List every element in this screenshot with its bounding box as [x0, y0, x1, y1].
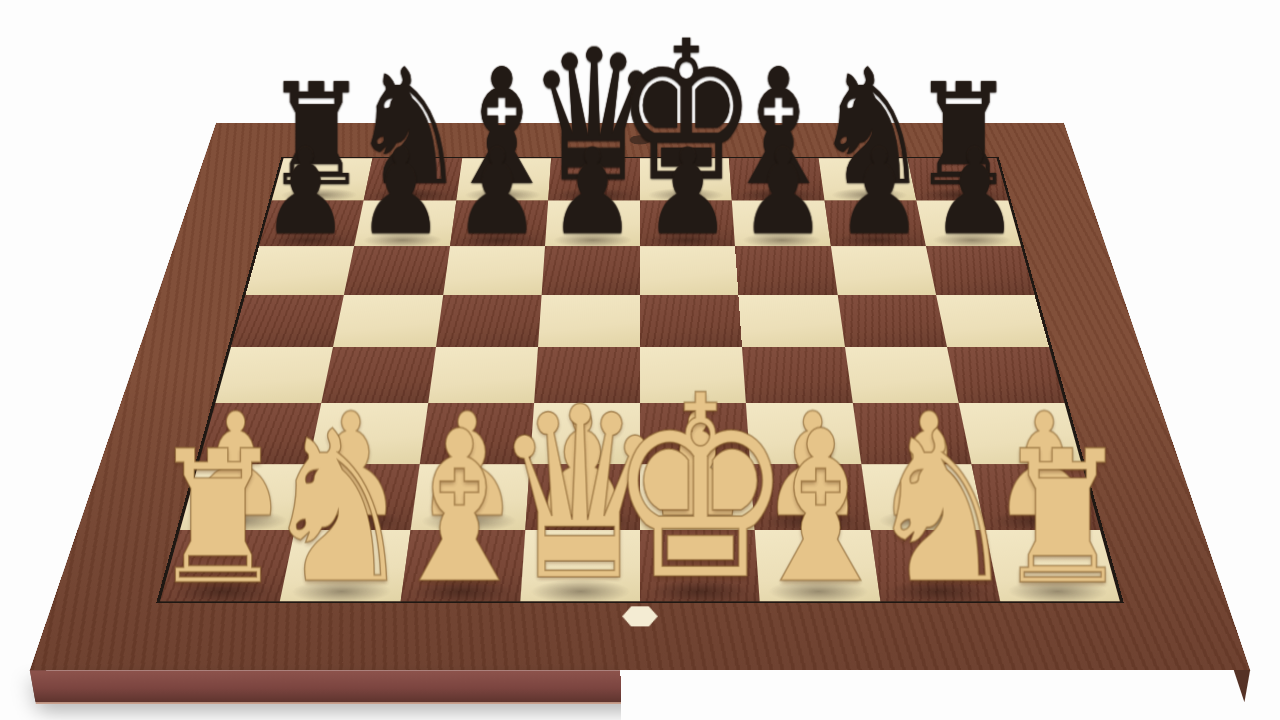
square-c7: ♟ [450, 201, 548, 246]
square-h5 [936, 295, 1049, 347]
square-d6 [541, 246, 640, 295]
square-g6 [830, 246, 935, 295]
square-a7: ♟ [259, 201, 364, 246]
white-king: ♚ [608, 362, 793, 614]
square-f7: ♟ [732, 201, 830, 246]
black-pawn: ♟ [835, 132, 922, 251]
square-h6 [926, 246, 1035, 295]
square-a5 [231, 295, 344, 347]
square-g5 [837, 295, 947, 347]
board-front-edge [30, 670, 1250, 704]
square-g7: ♟ [824, 201, 926, 246]
black-pawn: ♟ [931, 132, 1018, 251]
square-b5 [333, 295, 443, 347]
board-playing-field: ♜♞♝♛♚♝♞♜♟♟♟♟♟♟♟♟♟♟♟♟♟♟♟♟♜♞♝♛♚♝♞♜ [156, 157, 1124, 604]
square-d7: ♟ [545, 201, 640, 246]
black-pawn: ♟ [740, 132, 827, 251]
square-e7: ♟ [640, 201, 735, 246]
black-pawn: ♟ [262, 132, 349, 251]
square-e1: ♚ [640, 530, 760, 601]
square-b7: ♟ [354, 201, 456, 246]
square-c6 [443, 246, 545, 295]
black-pawn: ♟ [358, 132, 445, 251]
square-f6 [735, 246, 837, 295]
chess-board: ♜♞♝♛♚♝♞♜♟♟♟♟♟♟♟♟♟♟♟♟♟♟♟♟♜♞♝♛♚♝♞♜ [30, 123, 1250, 671]
black-pawn: ♟ [453, 132, 540, 251]
square-a6 [246, 246, 355, 295]
photo-background: ♜♞♝♛♚♝♞♜♟♟♟♟♟♟♟♟♟♟♟♟♟♟♟♟♜♞♝♛♚♝♞♜ [0, 0, 1280, 720]
square-c5 [436, 295, 542, 347]
square-e6 [640, 246, 739, 295]
white-knight: ♞ [865, 403, 1018, 612]
black-pawn: ♟ [549, 132, 636, 251]
square-f5 [739, 295, 845, 347]
square-h7: ♟ [916, 201, 1021, 246]
square-g1: ♞ [870, 530, 1000, 601]
square-e5 [640, 295, 742, 347]
square-d5 [538, 295, 640, 347]
black-pawn: ♟ [644, 132, 731, 251]
square-b6 [344, 246, 449, 295]
